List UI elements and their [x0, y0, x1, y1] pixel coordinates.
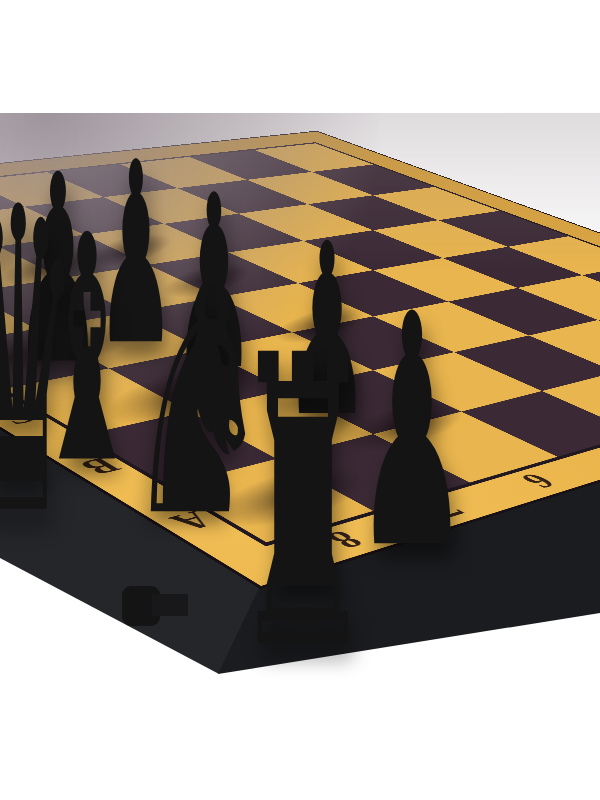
product-photo: 1H2G3F4E5D6C7B8A ♟♟♛♟♝♟♞♟♜ — [0, 0, 600, 800]
photo-clip: 1H2G3F4E5D6C7B8A ♟♟♛♟♝♟♞♟♜ — [0, 113, 600, 705]
